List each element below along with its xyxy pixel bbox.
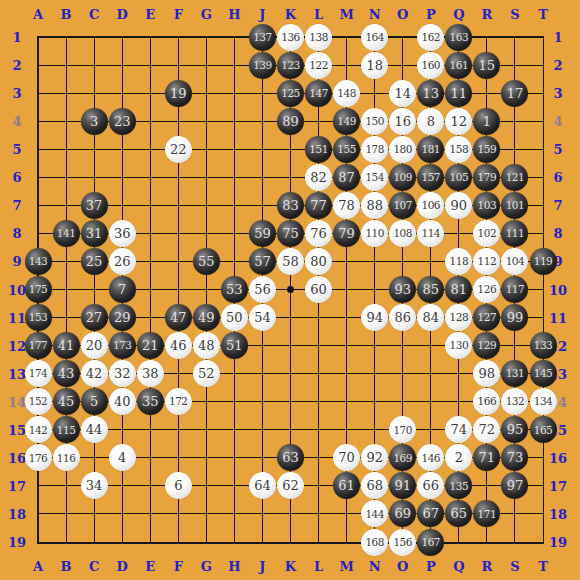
stone-J9: 57 (249, 248, 276, 275)
row-label-left-13: 13 (8, 367, 26, 380)
row-label-left-16: 16 (8, 451, 26, 464)
col-label-bottom-R: R (481, 560, 492, 573)
stone-O6: 109 (389, 164, 416, 191)
row-label-right-17: 17 (549, 479, 567, 492)
stone-G11: 49 (193, 304, 220, 331)
row-label-right-8: 8 (553, 227, 562, 240)
stone-S3: 17 (501, 80, 528, 107)
col-label-top-H: H (228, 8, 240, 21)
stone-M5: 155 (333, 136, 360, 163)
col-label-top-T: T (538, 8, 548, 21)
stone-L9: 80 (305, 248, 332, 275)
row-label-left-3: 3 (12, 87, 21, 100)
stone-G12: 48 (193, 332, 220, 359)
stone-F3: 19 (165, 80, 192, 107)
row-label-right-4: 4 (553, 115, 562, 128)
col-label-top-D: D (117, 8, 128, 21)
stone-Q1: 163 (445, 24, 472, 51)
stone-C8: 31 (81, 220, 108, 247)
stone-M3: 148 (333, 80, 360, 107)
stone-F14: 172 (165, 388, 192, 415)
stone-B15: 115 (53, 416, 80, 443)
stone-M8: 79 (333, 220, 360, 247)
stone-N4: 150 (361, 108, 388, 135)
stone-B16: 116 (53, 444, 80, 471)
stone-A10: 175 (25, 276, 52, 303)
stone-K3: 125 (277, 80, 304, 107)
stone-B12: 41 (53, 332, 80, 359)
stone-C15: 44 (81, 416, 108, 443)
stone-T14: 134 (530, 388, 557, 415)
row-label-right-10: 10 (549, 283, 567, 296)
stone-P2: 160 (417, 52, 444, 79)
col-label-bottom-P: P (426, 560, 436, 573)
col-label-bottom-S: S (510, 560, 519, 573)
stone-C11: 27 (81, 304, 108, 331)
stone-L5: 151 (305, 136, 332, 163)
stone-J8: 59 (249, 220, 276, 247)
col-label-bottom-L: L (314, 560, 323, 573)
stone-O5: 180 (389, 136, 416, 163)
stone-C17: 34 (81, 472, 108, 499)
stone-O19: 156 (389, 529, 416, 556)
col-label-bottom-A: A (33, 560, 43, 573)
stone-N5: 178 (361, 136, 388, 163)
col-label-bottom-B: B (61, 560, 72, 573)
col-label-bottom-E: E (145, 560, 155, 573)
stone-K2: 123 (277, 52, 304, 79)
stone-H12: 51 (221, 332, 248, 359)
row-label-right-2: 2 (553, 59, 562, 72)
stone-C13: 42 (81, 360, 108, 387)
stone-D8: 36 (109, 220, 136, 247)
stone-L8: 76 (305, 220, 332, 247)
col-label-bottom-G: G (201, 560, 212, 573)
row-label-left-18: 18 (8, 507, 26, 520)
stone-L3: 147 (305, 80, 332, 107)
stone-D4: 23 (109, 108, 136, 135)
stone-P6: 157 (417, 164, 444, 191)
stone-D10: 7 (109, 276, 136, 303)
stone-R6: 179 (473, 164, 500, 191)
stone-T12: 133 (530, 332, 557, 359)
go-kifu-screenshot: { "game": { "type": "go", "board_size": … (0, 0, 580, 580)
stone-J1: 137 (249, 24, 276, 51)
stone-M6: 87 (333, 164, 360, 191)
stone-N11: 94 (361, 304, 388, 331)
row-label-left-19: 19 (8, 536, 26, 549)
stone-O7: 107 (389, 192, 416, 219)
stone-P19: 167 (417, 529, 444, 556)
stone-L7: 77 (305, 192, 332, 219)
stone-H11: 50 (221, 304, 248, 331)
stone-A16: 176 (25, 444, 52, 471)
stone-R2: 15 (473, 52, 500, 79)
stone-D11: 29 (109, 304, 136, 331)
col-label-bottom-N: N (369, 560, 381, 573)
stone-C7: 37 (81, 192, 108, 219)
row-label-left-6: 6 (12, 171, 21, 184)
stone-Q5: 158 (445, 136, 472, 163)
stone-O3: 14 (389, 80, 416, 107)
stone-T9: 119 (530, 248, 557, 275)
stone-A13: 174 (25, 360, 52, 387)
row-label-right-1: 1 (553, 31, 562, 44)
col-label-top-R: R (481, 8, 492, 21)
stone-N19: 168 (361, 529, 388, 556)
stone-P7: 106 (417, 192, 444, 219)
stone-N8: 110 (361, 220, 388, 247)
row-label-left-2: 2 (12, 59, 21, 72)
col-label-bottom-C: C (89, 560, 99, 573)
go-board[interactable]: ABCDEFGHJKLMNOPQRST ABCDEFGHJKLMNOPQRST … (0, 0, 580, 580)
col-label-bottom-O: O (397, 560, 408, 573)
row-label-left-1: 1 (12, 31, 21, 44)
stone-Q2: 161 (445, 52, 472, 79)
stone-D16: 4 (109, 444, 136, 471)
stone-F5: 22 (165, 136, 192, 163)
stone-G9: 55 (193, 248, 220, 275)
stone-R7: 103 (473, 192, 500, 219)
stone-E12: 21 (137, 332, 164, 359)
row-label-left-10: 10 (8, 283, 26, 296)
stone-J10: 56 (249, 276, 276, 303)
stone-L6: 82 (305, 164, 332, 191)
col-label-top-Q: Q (453, 8, 464, 21)
col-label-top-P: P (426, 8, 436, 21)
row-label-right-3: 3 (553, 87, 562, 100)
stone-D9: 26 (109, 248, 136, 275)
col-label-bottom-Q: Q (453, 560, 464, 573)
col-label-bottom-M: M (339, 560, 353, 573)
row-label-left-17: 17 (8, 479, 26, 492)
stone-F11: 47 (165, 304, 192, 331)
stone-C14: 5 (81, 388, 108, 415)
stone-A11: 153 (25, 304, 52, 331)
stone-J11: 54 (249, 304, 276, 331)
row-label-left-4: 4 (12, 115, 21, 128)
stone-E14: 35 (137, 388, 164, 415)
stone-P3: 13 (417, 80, 444, 107)
row-label-left-15: 15 (8, 423, 26, 436)
stone-N6: 154 (361, 164, 388, 191)
col-label-top-M: M (339, 8, 353, 21)
stone-M7: 78 (333, 192, 360, 219)
col-label-bottom-J: J (259, 560, 265, 573)
stone-K7: 83 (277, 192, 304, 219)
stone-G13: 52 (193, 360, 220, 387)
row-label-left-12: 12 (8, 339, 26, 352)
stone-N7: 88 (361, 192, 388, 219)
row-label-right-18: 18 (549, 507, 567, 520)
stone-J2: 139 (249, 52, 276, 79)
stone-L1: 138 (305, 24, 332, 51)
stone-A9: 143 (25, 248, 52, 275)
row-label-left-9: 9 (12, 255, 21, 268)
col-label-top-S: S (510, 8, 519, 21)
stone-N1: 164 (361, 24, 388, 51)
stone-A12: 177 (25, 332, 52, 359)
stone-K9: 58 (277, 248, 304, 275)
stone-C9: 25 (81, 248, 108, 275)
col-label-top-K: K (285, 8, 296, 21)
col-label-bottom-K: K (285, 560, 296, 573)
stone-B13: 43 (53, 360, 80, 387)
stone-E13: 38 (137, 360, 164, 387)
stone-Q7: 90 (445, 192, 472, 219)
row-label-right-7: 7 (553, 199, 562, 212)
col-label-top-A: A (33, 8, 43, 21)
stone-N2: 18 (361, 52, 388, 79)
stone-P5: 181 (417, 136, 444, 163)
stone-A14: 152 (25, 388, 52, 415)
col-label-top-O: O (397, 8, 408, 21)
stone-K8: 75 (277, 220, 304, 247)
stone-D12: 173 (109, 332, 136, 359)
col-label-top-B: B (61, 8, 72, 21)
stone-L2: 122 (305, 52, 332, 79)
row-label-left-14: 14 (8, 395, 26, 408)
stone-R5: 159 (473, 136, 500, 163)
row-label-left-7: 7 (12, 199, 21, 212)
row-label-left-8: 8 (12, 227, 21, 240)
stone-C4: 3 (81, 108, 108, 135)
col-label-top-G: G (201, 8, 212, 21)
stone-L10: 60 (305, 276, 332, 303)
stone-P8: 114 (417, 220, 444, 247)
col-label-top-E: E (145, 8, 155, 21)
stone-O4: 16 (389, 108, 416, 135)
stone-Q6: 105 (445, 164, 472, 191)
stone-A15: 142 (25, 416, 52, 443)
row-label-right-11: 11 (549, 311, 567, 324)
col-label-top-L: L (314, 8, 323, 21)
col-label-bottom-T: T (538, 560, 548, 573)
stone-Q4: 12 (445, 108, 472, 135)
row-label-right-16: 16 (549, 451, 567, 464)
star-point (287, 286, 294, 293)
col-label-bottom-D: D (117, 560, 128, 573)
col-label-top-J: J (259, 8, 265, 21)
stone-P1: 162 (417, 24, 444, 51)
col-label-bottom-H: H (228, 560, 240, 573)
row-label-right-5: 5 (553, 143, 562, 156)
stone-K4: 89 (277, 108, 304, 135)
stone-C12: 20 (81, 332, 108, 359)
stone-R4: 1 (473, 108, 500, 135)
stone-F17: 6 (165, 472, 192, 499)
stone-K1: 136 (277, 24, 304, 51)
stone-M4: 149 (333, 108, 360, 135)
stone-D14: 40 (109, 388, 136, 415)
stone-D13: 32 (109, 360, 136, 387)
stone-B8: 141 (53, 220, 80, 247)
stone-T15: 165 (530, 416, 557, 443)
row-label-left-11: 11 (8, 311, 26, 324)
stone-Q3: 11 (445, 80, 472, 107)
stone-B14: 45 (53, 388, 80, 415)
col-label-top-F: F (174, 8, 183, 21)
row-label-left-5: 5 (12, 143, 21, 156)
stone-S6: 121 (501, 164, 528, 191)
col-label-top-N: N (369, 8, 381, 21)
col-label-bottom-F: F (174, 560, 183, 573)
stone-T13: 145 (530, 360, 557, 387)
col-label-top-C: C (89, 8, 99, 21)
stone-H10: 53 (221, 276, 248, 303)
stone-F12: 46 (165, 332, 192, 359)
stone-O8: 108 (389, 220, 416, 247)
stone-P4: 8 (417, 108, 444, 135)
row-label-right-19: 19 (549, 536, 567, 549)
row-label-right-6: 6 (553, 171, 562, 184)
